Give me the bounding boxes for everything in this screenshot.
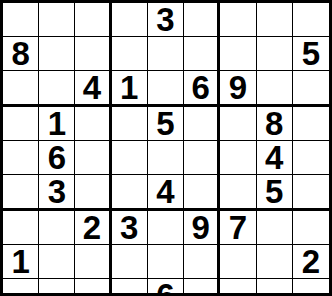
cell-r4c5[interactable]: 5 xyxy=(148,107,184,141)
cell-r9c8[interactable] xyxy=(257,279,293,296)
cell-r7c1[interactable] xyxy=(3,211,39,245)
cell-r1c9[interactable] xyxy=(293,3,329,37)
cell-r9c2[interactable] xyxy=(39,279,75,296)
cell-r1c3[interactable] xyxy=(75,3,111,37)
cell-r5c1[interactable] xyxy=(3,141,39,175)
cell-r2c7[interactable] xyxy=(220,37,256,71)
cell-r9c7[interactable] xyxy=(220,279,256,296)
cell-r1c4[interactable] xyxy=(112,3,148,37)
cell-r6c9[interactable] xyxy=(293,175,329,211)
cell-r3c8[interactable] xyxy=(257,71,293,107)
cell-r5c5[interactable] xyxy=(148,141,184,175)
cell-r8c4[interactable] xyxy=(112,245,148,279)
cell-r9c9[interactable] xyxy=(293,279,329,296)
cell-r6c4[interactable] xyxy=(112,175,148,211)
cell-r2c4[interactable] xyxy=(112,37,148,71)
cell-r5c9[interactable] xyxy=(293,141,329,175)
cell-r1c5[interactable]: 3 xyxy=(148,3,184,37)
cell-r6c3[interactable] xyxy=(75,175,111,211)
cell-r3c3[interactable]: 4 xyxy=(75,71,111,107)
cell-r4c2[interactable]: 1 xyxy=(39,107,75,141)
cell-r4c9[interactable] xyxy=(293,107,329,141)
cell-r8c8[interactable] xyxy=(257,245,293,279)
cell-r7c2[interactable] xyxy=(39,211,75,245)
cell-r3c1[interactable] xyxy=(3,71,39,107)
cell-r7c3[interactable]: 2 xyxy=(75,211,111,245)
cell-r4c7[interactable] xyxy=(220,107,256,141)
cell-r3c7[interactable]: 9 xyxy=(220,71,256,107)
cell-r8c3[interactable] xyxy=(75,245,111,279)
cell-r1c2[interactable] xyxy=(39,3,75,37)
cell-r6c2[interactable]: 3 xyxy=(39,175,75,211)
cell-r5c7[interactable] xyxy=(220,141,256,175)
cell-r8c6[interactable] xyxy=(184,245,220,279)
cell-r6c7[interactable] xyxy=(220,175,256,211)
sudoku-board: 3854169158643452397126 xyxy=(0,0,332,296)
cell-r8c7[interactable] xyxy=(220,245,256,279)
cell-r8c1[interactable]: 1 xyxy=(3,245,39,279)
cell-r9c1[interactable] xyxy=(3,279,39,296)
cell-r6c6[interactable] xyxy=(184,175,220,211)
cell-r3c2[interactable] xyxy=(39,71,75,107)
cell-r3c9[interactable] xyxy=(293,71,329,107)
cell-r6c1[interactable] xyxy=(3,175,39,211)
cell-r2c5[interactable] xyxy=(148,37,184,71)
cell-r5c6[interactable] xyxy=(184,141,220,175)
cell-r2c9[interactable]: 5 xyxy=(293,37,329,71)
cell-r4c4[interactable] xyxy=(112,107,148,141)
cell-r9c5[interactable]: 6 xyxy=(148,279,184,296)
cell-r8c5[interactable] xyxy=(148,245,184,279)
cell-r7c7[interactable]: 7 xyxy=(220,211,256,245)
cell-r4c1[interactable] xyxy=(3,107,39,141)
cell-r2c1[interactable]: 8 xyxy=(3,37,39,71)
cell-r7c5[interactable] xyxy=(148,211,184,245)
cell-r4c8[interactable]: 8 xyxy=(257,107,293,141)
cell-r7c4[interactable]: 3 xyxy=(112,211,148,245)
cell-r1c1[interactable] xyxy=(3,3,39,37)
cell-r6c5[interactable]: 4 xyxy=(148,175,184,211)
cell-r2c8[interactable] xyxy=(257,37,293,71)
cell-r3c6[interactable]: 6 xyxy=(184,71,220,107)
cell-r5c4[interactable] xyxy=(112,141,148,175)
cell-r4c3[interactable] xyxy=(75,107,111,141)
cell-r1c7[interactable] xyxy=(220,3,256,37)
cell-r7c8[interactable] xyxy=(257,211,293,245)
cell-r3c5[interactable] xyxy=(148,71,184,107)
cell-r8c9[interactable]: 2 xyxy=(293,245,329,279)
cell-r9c6[interactable] xyxy=(184,279,220,296)
cell-r9c3[interactable] xyxy=(75,279,111,296)
cell-r1c6[interactable] xyxy=(184,3,220,37)
cell-r7c9[interactable] xyxy=(293,211,329,245)
cell-r1c8[interactable] xyxy=(257,3,293,37)
cell-r3c4[interactable]: 1 xyxy=(112,71,148,107)
cell-r2c3[interactable] xyxy=(75,37,111,71)
cell-r4c6[interactable] xyxy=(184,107,220,141)
cell-r8c2[interactable] xyxy=(39,245,75,279)
cell-r5c2[interactable]: 6 xyxy=(39,141,75,175)
cell-r6c8[interactable]: 5 xyxy=(257,175,293,211)
cell-r2c6[interactable] xyxy=(184,37,220,71)
cell-r2c2[interactable] xyxy=(39,37,75,71)
cell-r9c4[interactable] xyxy=(112,279,148,296)
cell-r7c6[interactable]: 9 xyxy=(184,211,220,245)
cell-r5c8[interactable]: 4 xyxy=(257,141,293,175)
cell-r5c3[interactable] xyxy=(75,141,111,175)
